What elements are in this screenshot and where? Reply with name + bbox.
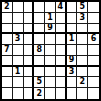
cell-r3c7-empty[interactable]: [67, 24, 78, 35]
sudoku-board: 24513931678913522: [0, 0, 101, 101]
cell-r5c5-empty[interactable]: [45, 45, 56, 56]
cell-r8c3-empty[interactable]: [24, 77, 35, 88]
cell-r6c5-empty[interactable]: [45, 56, 56, 67]
cell-r5c4-given: 8: [34, 45, 45, 56]
cell-r3c8-empty[interactable]: [77, 24, 88, 35]
cell-r4c1-empty[interactable]: [2, 34, 13, 45]
cell-r4c7-given: 1: [67, 34, 78, 45]
cell-r5c7-empty[interactable]: [67, 45, 78, 56]
cell-r8c1-empty[interactable]: [2, 77, 13, 88]
cell-r5c2-empty[interactable]: [13, 45, 24, 56]
cell-r3c1-empty[interactable]: [2, 24, 13, 35]
cell-r6c2-empty[interactable]: [13, 56, 24, 67]
cell-r8c8-given: 2: [77, 77, 88, 88]
cell-r5c1-given: 7: [2, 45, 13, 56]
cell-r2c9-empty[interactable]: [88, 13, 99, 24]
cell-r6c9-empty[interactable]: [88, 56, 99, 67]
cell-r7c7-given: 3: [67, 67, 78, 78]
cell-r1c7-empty[interactable]: [67, 2, 78, 13]
cell-r9c4-given: 2: [34, 88, 45, 99]
cell-r1c6-given: 4: [56, 2, 67, 13]
cell-r7c2-given: 1: [13, 67, 24, 78]
cell-r6c6-empty[interactable]: [56, 56, 67, 67]
cell-r9c9-empty[interactable]: [88, 88, 99, 99]
cell-r7c3-empty[interactable]: [24, 67, 35, 78]
cell-r4c8-empty[interactable]: [77, 34, 88, 45]
cell-r6c1-empty[interactable]: [2, 56, 13, 67]
cell-r8c2-empty[interactable]: [13, 77, 24, 88]
cell-r1c2-empty[interactable]: [13, 2, 24, 13]
cell-r7c4-empty[interactable]: [34, 67, 45, 78]
cell-r7c6-empty[interactable]: [56, 67, 67, 78]
cell-r5c9-empty[interactable]: [88, 45, 99, 56]
cell-r3c5-given: 9: [45, 24, 56, 35]
cell-r1c3-empty[interactable]: [24, 2, 35, 13]
cell-r2c4-empty[interactable]: [34, 13, 45, 24]
cell-r1c8-given: 5: [77, 2, 88, 13]
cell-r4c6-empty[interactable]: [56, 34, 67, 45]
cell-r7c5-empty[interactable]: [45, 67, 56, 78]
cell-r6c3-empty[interactable]: [24, 56, 35, 67]
cell-r3c2-empty[interactable]: [13, 24, 24, 35]
cell-r4c4-empty[interactable]: [34, 34, 45, 45]
cell-r9c6-empty[interactable]: [56, 88, 67, 99]
cell-r5c3-empty[interactable]: [24, 45, 35, 56]
cell-r8c5-empty[interactable]: [45, 77, 56, 88]
cell-r8c6-empty[interactable]: [56, 77, 67, 88]
cell-r8c9-empty[interactable]: [88, 77, 99, 88]
cell-r7c1-empty[interactable]: [2, 67, 13, 78]
cell-r8c7-empty[interactable]: [67, 77, 78, 88]
cell-r9c1-empty[interactable]: [2, 88, 13, 99]
cell-r7c8-empty[interactable]: [77, 67, 88, 78]
cell-r8c4-given: 5: [34, 77, 45, 88]
cell-r9c3-empty[interactable]: [24, 88, 35, 99]
cell-r1c9-empty[interactable]: [88, 2, 99, 13]
cell-r1c4-empty[interactable]: [34, 2, 45, 13]
cell-r1c1-given: 2: [2, 2, 13, 13]
cell-r9c2-empty[interactable]: [13, 88, 24, 99]
cell-r3c4-empty[interactable]: [34, 24, 45, 35]
cell-r2c5-given: 1: [45, 13, 56, 24]
cell-r2c7-empty[interactable]: [67, 13, 78, 24]
cell-r4c9-given: 6: [88, 34, 99, 45]
cell-r6c7-given: 9: [67, 56, 78, 67]
cell-r2c8-given: 3: [77, 13, 88, 24]
cell-r1c5-empty[interactable]: [45, 2, 56, 13]
cell-r4c3-empty[interactable]: [24, 34, 35, 45]
cell-r9c5-empty[interactable]: [45, 88, 56, 99]
cell-r2c6-empty[interactable]: [56, 13, 67, 24]
cell-r7c9-empty[interactable]: [88, 67, 99, 78]
cell-r5c8-empty[interactable]: [77, 45, 88, 56]
cell-r3c6-empty[interactable]: [56, 24, 67, 35]
cell-r2c1-empty[interactable]: [2, 13, 13, 24]
cell-r2c2-empty[interactable]: [13, 13, 24, 24]
cell-r4c5-empty[interactable]: [45, 34, 56, 45]
cell-r6c4-empty[interactable]: [34, 56, 45, 67]
cell-r6c8-empty[interactable]: [77, 56, 88, 67]
cell-r4c2-given: 3: [13, 34, 24, 45]
cell-r5c6-empty[interactable]: [56, 45, 67, 56]
cell-r2c3-empty[interactable]: [24, 13, 35, 24]
cell-r9c8-empty[interactable]: [77, 88, 88, 99]
cell-r3c3-empty[interactable]: [24, 24, 35, 35]
cell-r9c7-empty[interactable]: [67, 88, 78, 99]
cell-r3c9-empty[interactable]: [88, 24, 99, 35]
